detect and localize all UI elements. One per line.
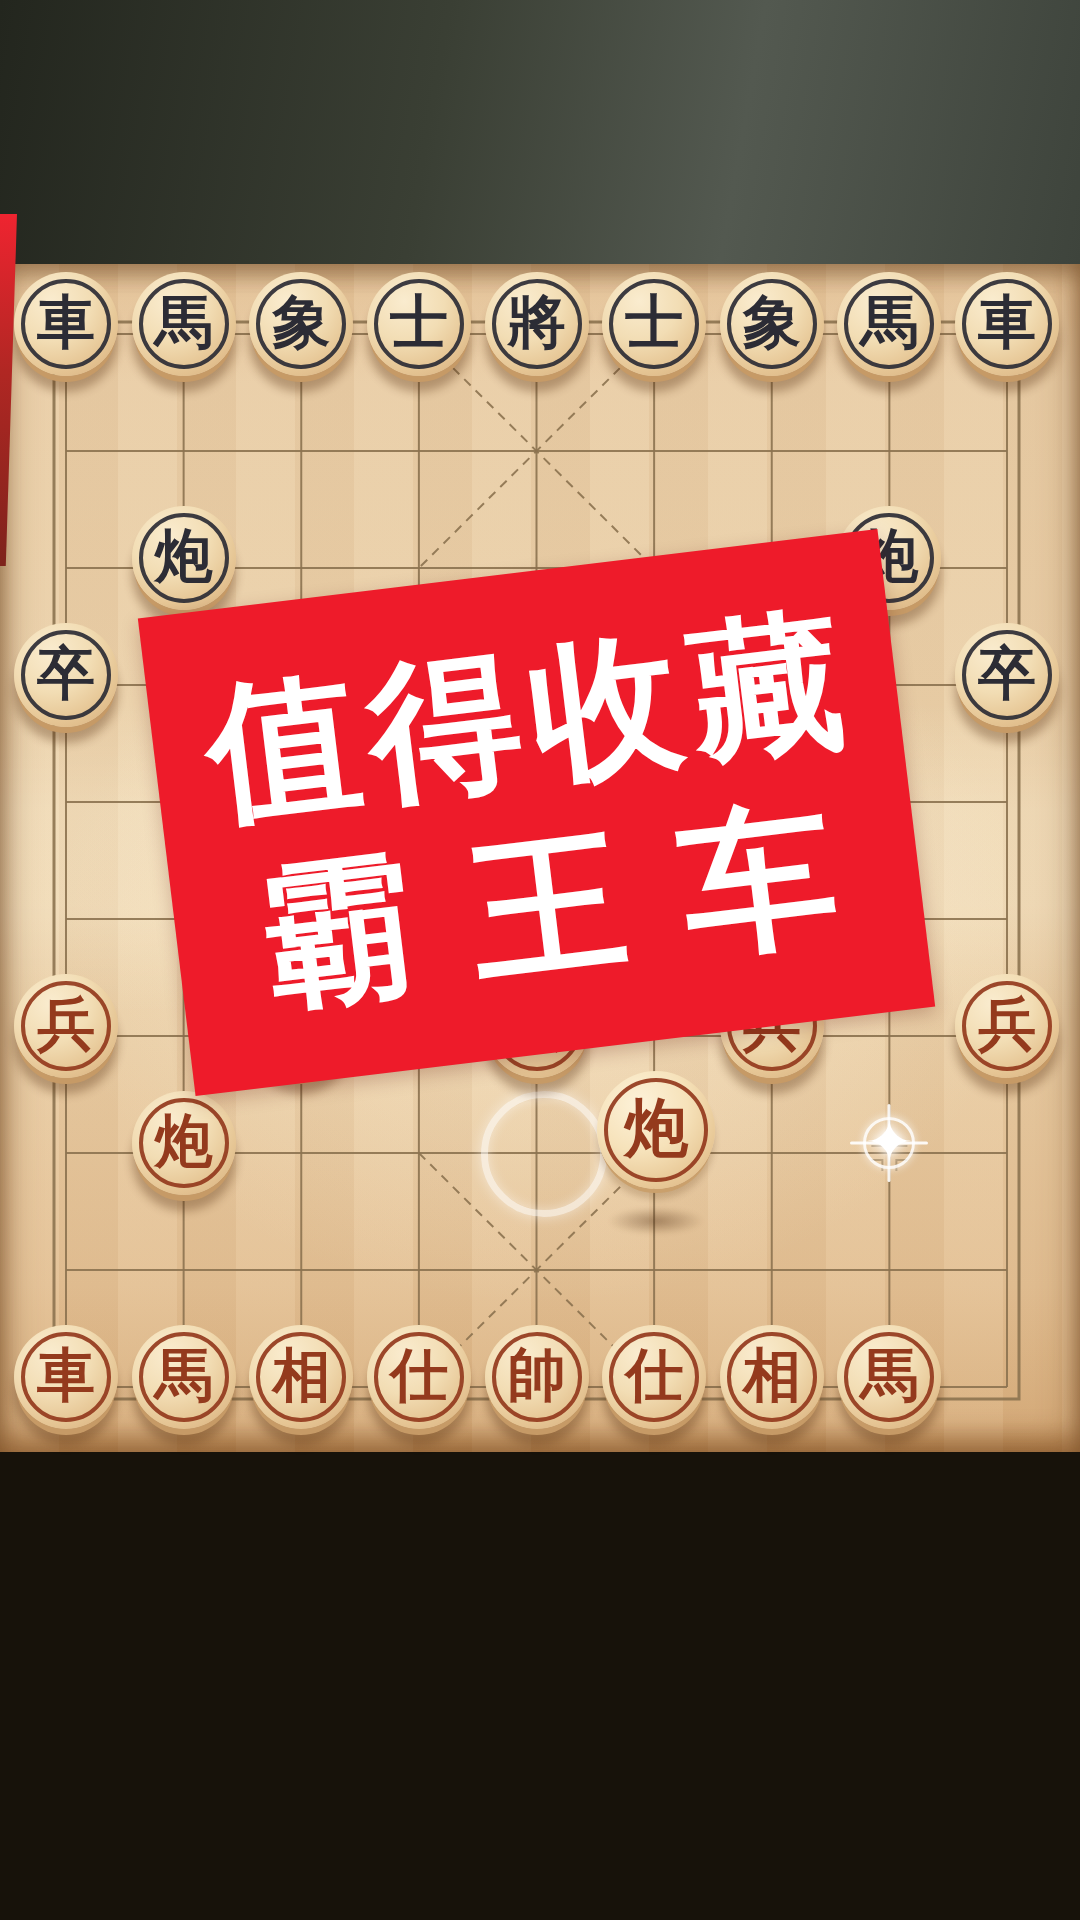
piece-black-horse[interactable]: 馬 [837,272,941,376]
piece-character: 相 [743,1346,801,1404]
top-letterbox [0,0,1080,266]
piece-black-cannon[interactable]: 炮 [132,506,236,610]
piece-red-soldier[interactable]: 兵 [955,974,1059,1078]
piece-red-elephant[interactable]: 相 [249,1325,353,1429]
piece-character: 帥 [508,1346,566,1404]
piece-character: 象 [272,293,330,351]
piece-black-soldier[interactable]: 卒 [14,623,118,727]
piece-red-cannon[interactable]: 炮 [132,1091,236,1195]
piece-black-elephant[interactable]: 象 [249,272,353,376]
piece-black-elephant[interactable]: 象 [720,272,824,376]
piece-black-chariot[interactable]: 車 [955,272,1059,376]
piece-character: 卒 [37,644,95,702]
piece-character: 馬 [860,293,918,351]
piece-red-chariot[interactable]: 車 [14,1325,118,1429]
piece-red-elephant[interactable]: 相 [720,1325,824,1429]
piece-red-horse[interactable]: 馬 [132,1325,236,1429]
piece-character: 象 [743,293,801,351]
piece-red-horse[interactable]: 馬 [837,1325,941,1429]
piece-character: 車 [978,293,1036,351]
piece-black-soldier[interactable]: 卒 [955,623,1059,727]
piece-character: 車 [37,1346,95,1404]
piece-red-advisor[interactable]: 仕 [367,1325,471,1429]
piece-character: 炮 [155,527,213,585]
piece-black-advisor[interactable]: 士 [602,272,706,376]
piece-character: 將 [508,293,566,351]
move-target-ring [481,1091,607,1217]
piece-character: 相 [272,1346,330,1404]
piece-red-soldier[interactable]: 兵 [14,974,118,1078]
piece-character: 馬 [155,293,213,351]
piece-black-general[interactable]: 將 [485,272,589,376]
piece-black-horse[interactable]: 馬 [132,272,236,376]
piece-red-cannon-moving[interactable]: 炮 [597,1071,715,1189]
moving-piece-shadow [608,1207,704,1235]
piece-character: 士 [390,293,448,351]
piece-character: 仕 [390,1346,448,1404]
move-origin-sparkle: ✦ [849,1103,929,1183]
piece-character: 兵 [37,995,95,1053]
piece-character: 炮 [155,1112,213,1170]
piece-character: 士 [625,293,683,351]
piece-black-chariot[interactable]: 車 [14,272,118,376]
piece-character: 車 [37,293,95,351]
piece-character: 馬 [860,1346,918,1404]
piece-character: 兵 [978,995,1036,1053]
piece-character: 炮 [624,1096,688,1160]
piece-red-advisor[interactable]: 仕 [602,1325,706,1429]
piece-character: 卒 [978,644,1036,702]
sparkle-star-icon: ✦ [865,1113,914,1171]
piece-red-general[interactable]: 帥 [485,1325,589,1429]
piece-character: 馬 [155,1346,213,1404]
piece-character: 仕 [625,1346,683,1404]
promo-banner: 值得收藏 霸王车 [138,529,935,1096]
piece-black-advisor[interactable]: 士 [367,272,471,376]
